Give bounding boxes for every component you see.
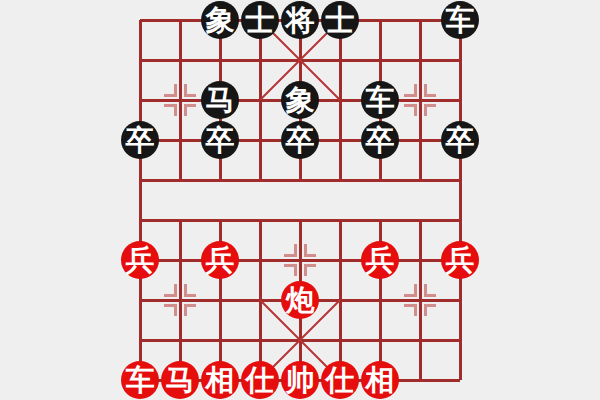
piece-red-soldier[interactable]: 兵: [121, 241, 159, 279]
piece-black-soldier[interactable]: 卒: [361, 121, 399, 159]
piece-black-soldier[interactable]: 卒: [121, 121, 159, 159]
piece-red-soldier[interactable]: 兵: [441, 241, 479, 279]
piece-black-chariot[interactable]: 车: [361, 81, 399, 119]
piece-red-cannon[interactable]: 炮: [281, 281, 319, 319]
piece-black-general[interactable]: 将: [281, 1, 319, 39]
piece-red-elephant[interactable]: 相: [201, 361, 239, 399]
piece-black-horse[interactable]: 马: [201, 81, 239, 119]
piece-red-chariot[interactable]: 车: [121, 361, 159, 399]
piece-red-elephant[interactable]: 相: [361, 361, 399, 399]
pieces-layer: 象士将士车马象车卒卒卒卒卒兵兵兵兵炮车马相仕帅仕相: [0, 0, 600, 400]
piece-red-advisor[interactable]: 仕: [241, 361, 279, 399]
piece-red-advisor[interactable]: 仕: [321, 361, 359, 399]
piece-black-chariot[interactable]: 车: [441, 1, 479, 39]
piece-black-elephant[interactable]: 象: [201, 1, 239, 39]
piece-black-advisor[interactable]: 士: [241, 1, 279, 39]
piece-black-soldier[interactable]: 卒: [441, 121, 479, 159]
xiangqi-board-screen: 象士将士车马象车卒卒卒卒卒兵兵兵兵炮车马相仕帅仕相: [0, 0, 600, 400]
piece-black-soldier[interactable]: 卒: [281, 121, 319, 159]
piece-black-advisor[interactable]: 士: [321, 1, 359, 39]
piece-red-general[interactable]: 帅: [281, 361, 319, 399]
piece-black-elephant[interactable]: 象: [281, 81, 319, 119]
piece-red-horse[interactable]: 马: [161, 361, 199, 399]
piece-red-soldier[interactable]: 兵: [361, 241, 399, 279]
piece-red-soldier[interactable]: 兵: [201, 241, 239, 279]
piece-black-soldier[interactable]: 卒: [201, 121, 239, 159]
